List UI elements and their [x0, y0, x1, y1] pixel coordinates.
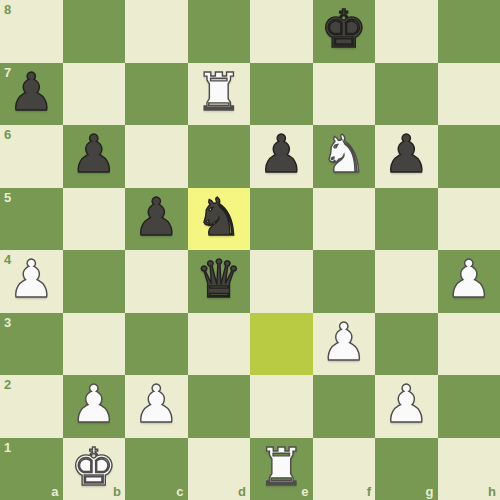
square-f7[interactable]: [313, 63, 376, 126]
square-d1[interactable]: d: [188, 438, 251, 500]
square-e7[interactable]: [250, 63, 313, 126]
square-e2[interactable]: [250, 375, 313, 438]
square-e5[interactable]: [250, 188, 313, 251]
file-label-h: h: [488, 484, 496, 499]
square-g5[interactable]: [375, 188, 438, 251]
piece-white-king-b1[interactable]: ♚: [70, 441, 117, 493]
square-c1[interactable]: c: [125, 438, 188, 500]
square-b5[interactable]: [63, 188, 126, 251]
square-b3[interactable]: [63, 313, 126, 376]
square-a6[interactable]: 6: [0, 125, 63, 188]
piece-white-rook-d7[interactable]: ♜: [195, 66, 242, 118]
square-b2[interactable]: ♟: [63, 375, 126, 438]
square-f4[interactable]: [313, 250, 376, 313]
square-a7[interactable]: 7♟: [0, 63, 63, 126]
square-d7[interactable]: ♜: [188, 63, 251, 126]
square-e1[interactable]: e♜: [250, 438, 313, 500]
square-b7[interactable]: [63, 63, 126, 126]
square-h8[interactable]: [438, 0, 500, 63]
square-g2[interactable]: ♟: [375, 375, 438, 438]
piece-white-pawn-h4[interactable]: ♟: [445, 253, 492, 305]
piece-black-pawn-a7[interactable]: ♟: [8, 66, 55, 118]
piece-black-pawn-b6[interactable]: ♟: [70, 128, 117, 180]
square-h7[interactable]: [438, 63, 500, 126]
rank-label-2: 2: [4, 377, 11, 392]
rank-label-5: 5: [4, 190, 11, 205]
file-label-g: g: [426, 484, 434, 499]
square-a1[interactable]: 1a: [0, 438, 63, 500]
square-f6[interactable]: ♞: [313, 125, 376, 188]
square-h3[interactable]: [438, 313, 500, 376]
square-h1[interactable]: h: [438, 438, 500, 500]
piece-white-rook-e1[interactable]: ♜: [258, 441, 305, 493]
square-g1[interactable]: g: [375, 438, 438, 500]
rank-label-8: 8: [4, 2, 11, 17]
file-label-d: d: [238, 484, 246, 499]
piece-black-pawn-g6[interactable]: ♟: [383, 128, 430, 180]
square-a4[interactable]: 4♟: [0, 250, 63, 313]
square-f5[interactable]: [313, 188, 376, 251]
square-h5[interactable]: [438, 188, 500, 251]
square-a8[interactable]: 8: [0, 0, 63, 63]
rank-label-3: 3: [4, 315, 11, 330]
square-g7[interactable]: [375, 63, 438, 126]
square-g3[interactable]: [375, 313, 438, 376]
chess-board: 8♚7♟♜6♟♟♞♟5♟♞4♟♛♟3♟2♟♟♟1ab♚cde♜fgh: [0, 0, 500, 500]
rank-label-1: 1: [4, 440, 11, 455]
square-f3[interactable]: ♟: [313, 313, 376, 376]
square-c5[interactable]: ♟: [125, 188, 188, 251]
piece-black-king-f8[interactable]: ♚: [320, 3, 367, 55]
square-a2[interactable]: 2: [0, 375, 63, 438]
square-e8[interactable]: [250, 0, 313, 63]
square-g6[interactable]: ♟: [375, 125, 438, 188]
square-h6[interactable]: [438, 125, 500, 188]
square-d6[interactable]: [188, 125, 251, 188]
piece-black-pawn-e6[interactable]: ♟: [258, 128, 305, 180]
square-d2[interactable]: [188, 375, 251, 438]
square-h4[interactable]: ♟: [438, 250, 500, 313]
square-b4[interactable]: [63, 250, 126, 313]
file-label-c: c: [176, 484, 183, 499]
file-label-f: f: [367, 484, 371, 499]
square-d8[interactable]: [188, 0, 251, 63]
square-c2[interactable]: ♟: [125, 375, 188, 438]
piece-black-pawn-c5[interactable]: ♟: [133, 191, 180, 243]
square-c7[interactable]: [125, 63, 188, 126]
square-e3[interactable]: [250, 313, 313, 376]
piece-white-pawn-f3[interactable]: ♟: [320, 316, 367, 368]
square-e4[interactable]: [250, 250, 313, 313]
square-c3[interactable]: [125, 313, 188, 376]
square-g8[interactable]: [375, 0, 438, 63]
square-e6[interactable]: ♟: [250, 125, 313, 188]
square-f8[interactable]: ♚: [313, 0, 376, 63]
piece-black-queen-d4[interactable]: ♛: [195, 253, 242, 305]
rank-label-6: 6: [4, 127, 11, 142]
piece-white-pawn-b2[interactable]: ♟: [70, 378, 117, 430]
square-c4[interactable]: [125, 250, 188, 313]
square-h2[interactable]: [438, 375, 500, 438]
square-f1[interactable]: f: [313, 438, 376, 500]
square-a5[interactable]: 5: [0, 188, 63, 251]
square-b8[interactable]: [63, 0, 126, 63]
square-d4[interactable]: ♛: [188, 250, 251, 313]
piece-white-pawn-g2[interactable]: ♟: [383, 378, 430, 430]
square-g4[interactable]: [375, 250, 438, 313]
piece-black-knight-d5[interactable]: ♞: [195, 191, 242, 243]
square-c8[interactable]: [125, 0, 188, 63]
square-a3[interactable]: 3: [0, 313, 63, 376]
square-d3[interactable]: [188, 313, 251, 376]
piece-white-knight-f6[interactable]: ♞: [320, 128, 367, 180]
square-f2[interactable]: [313, 375, 376, 438]
square-b1[interactable]: b♚: [63, 438, 126, 500]
piece-white-pawn-a4[interactable]: ♟: [8, 253, 55, 305]
file-label-a: a: [51, 484, 58, 499]
square-b6[interactable]: ♟: [63, 125, 126, 188]
piece-white-pawn-c2[interactable]: ♟: [133, 378, 180, 430]
square-d5[interactable]: ♞: [188, 188, 251, 251]
square-c6[interactable]: [125, 125, 188, 188]
